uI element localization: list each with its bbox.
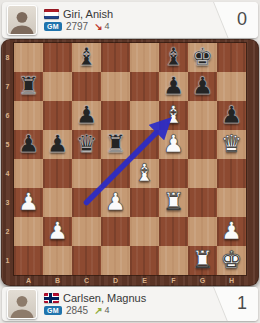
white-bishop-e4[interactable]: ♝ bbox=[134, 159, 156, 188]
white-queen-h5[interactable]: ♛ bbox=[221, 130, 243, 159]
player-bar-bottom: Carlsen, Magnus GM 2845 ↗ 4 1 bbox=[2, 287, 258, 321]
black-bishop-c8[interactable]: ♝ bbox=[76, 43, 98, 72]
square-b4[interactable] bbox=[43, 159, 72, 188]
rank-label-2: 2 bbox=[1, 217, 14, 246]
rank-label-8: 8 bbox=[1, 43, 14, 72]
player-name-bottom: Carlsen, Magnus bbox=[63, 293, 146, 304]
black-bishop-f8[interactable]: ♝ bbox=[163, 43, 185, 72]
black-pawn-g7[interactable]: ♟ bbox=[192, 72, 214, 101]
white-king-h1[interactable]: ♚ bbox=[221, 246, 243, 275]
square-g5[interactable] bbox=[188, 130, 217, 159]
square-c4[interactable] bbox=[72, 159, 101, 188]
file-label-f: F bbox=[159, 275, 188, 286]
person-silhouette-icon bbox=[8, 292, 36, 319]
square-d8[interactable] bbox=[101, 43, 130, 72]
square-h5[interactable]: ♛ bbox=[217, 130, 246, 159]
square-d2[interactable] bbox=[101, 217, 130, 246]
square-b1[interactable] bbox=[43, 246, 72, 275]
square-h4[interactable] bbox=[217, 159, 246, 188]
rating-trend-top: ↘ 4 bbox=[94, 22, 109, 32]
black-queen-c5[interactable]: ♛ bbox=[76, 130, 98, 159]
square-f4[interactable] bbox=[159, 159, 188, 188]
black-pawn-b5[interactable]: ♟ bbox=[47, 130, 69, 159]
square-h8[interactable] bbox=[217, 43, 246, 72]
score-top: 0 bbox=[237, 9, 247, 30]
file-label-d: D bbox=[101, 275, 130, 286]
flag-netherlands-icon bbox=[44, 9, 59, 19]
square-f8[interactable]: ♝ bbox=[159, 43, 188, 72]
score-slab-top bbox=[213, 2, 258, 38]
trend-value-bottom: 4 bbox=[105, 306, 110, 315]
person-silhouette-icon bbox=[8, 8, 36, 35]
black-king-g8[interactable]: ♚ bbox=[192, 43, 214, 72]
square-b3[interactable] bbox=[43, 188, 72, 217]
rating-bottom: 2845 bbox=[66, 306, 88, 316]
white-pawn-d3[interactable]: ♟ bbox=[105, 188, 127, 217]
square-b6[interactable] bbox=[43, 101, 72, 130]
square-g6[interactable] bbox=[188, 101, 217, 130]
chess-board: 87654321 ♝♝♚♜♟♟♟♝♟♟♟♛♜♟♛♝♟♟♜♟♟♜♚ ABCDEFG… bbox=[1, 39, 259, 286]
square-d7[interactable] bbox=[101, 72, 130, 101]
square-b2[interactable]: ♟ bbox=[43, 217, 72, 246]
square-d3[interactable]: ♟ bbox=[101, 188, 130, 217]
rank-label-3: 3 bbox=[1, 188, 14, 217]
rating-trend-bottom: ↗ 4 bbox=[94, 306, 109, 316]
square-f3[interactable]: ♜ bbox=[159, 188, 188, 217]
black-pawn-f7[interactable]: ♟ bbox=[163, 72, 185, 101]
rank-label-5: 5 bbox=[1, 130, 14, 159]
square-e4[interactable]: ♝ bbox=[130, 159, 159, 188]
square-h2[interactable]: ♟ bbox=[217, 217, 246, 246]
square-a5[interactable]: ♟ bbox=[14, 130, 43, 159]
square-f2[interactable] bbox=[159, 217, 188, 246]
square-g8[interactable]: ♚ bbox=[188, 43, 217, 72]
square-a4[interactable] bbox=[14, 159, 43, 188]
square-f5[interactable]: ♟ bbox=[159, 130, 188, 159]
avatar-carlsen bbox=[7, 289, 37, 319]
gm-title-badge-top: GM bbox=[44, 22, 62, 31]
black-rook-a7[interactable]: ♜ bbox=[18, 72, 40, 101]
white-pawn-f5[interactable]: ♟ bbox=[163, 130, 185, 159]
square-d4[interactable] bbox=[101, 159, 130, 188]
white-pawn-b2[interactable]: ♟ bbox=[47, 217, 69, 246]
white-pawn-h2[interactable]: ♟ bbox=[221, 217, 243, 246]
trend-value-top: 4 bbox=[105, 22, 110, 31]
square-c7[interactable] bbox=[72, 72, 101, 101]
square-e5[interactable] bbox=[130, 130, 159, 159]
square-e3[interactable] bbox=[130, 188, 159, 217]
square-g4[interactable] bbox=[188, 159, 217, 188]
player-info-top: Giri, Anish GM 2797 ↘ 4 bbox=[44, 9, 113, 32]
rank-label-1: 1 bbox=[1, 246, 14, 275]
square-d5[interactable]: ♜ bbox=[101, 130, 130, 159]
square-a6[interactable] bbox=[14, 101, 43, 130]
square-c5[interactable]: ♛ bbox=[72, 130, 101, 159]
square-g3[interactable] bbox=[188, 188, 217, 217]
square-f6[interactable]: ♝ bbox=[159, 101, 188, 130]
white-bishop-f6[interactable]: ♝ bbox=[163, 101, 185, 130]
player-bar-top: Giri, Anish GM 2797 ↘ 4 0 bbox=[2, 2, 258, 38]
flag-norway-icon bbox=[44, 293, 59, 303]
black-pawn-a5[interactable]: ♟ bbox=[18, 130, 40, 159]
file-label-b: B bbox=[43, 275, 72, 286]
square-e7[interactable] bbox=[130, 72, 159, 101]
player-name-top: Giri, Anish bbox=[63, 9, 113, 20]
rank-label-6: 6 bbox=[1, 101, 14, 130]
black-rook-d5[interactable]: ♜ bbox=[105, 130, 127, 159]
white-pawn-a3[interactable]: ♟ bbox=[18, 188, 40, 217]
square-h7[interactable] bbox=[217, 72, 246, 101]
square-d6[interactable] bbox=[101, 101, 130, 130]
square-c3[interactable] bbox=[72, 188, 101, 217]
black-pawn-c6[interactable]: ♟ bbox=[76, 101, 98, 130]
square-b7[interactable] bbox=[43, 72, 72, 101]
square-c1[interactable] bbox=[72, 246, 101, 275]
square-c8[interactable]: ♝ bbox=[72, 43, 101, 72]
square-g2[interactable] bbox=[188, 217, 217, 246]
square-a3[interactable]: ♟ bbox=[14, 188, 43, 217]
rank-label-7: 7 bbox=[1, 72, 14, 101]
trend-up-arrow-icon: ↗ bbox=[94, 306, 102, 316]
square-g7[interactable]: ♟ bbox=[188, 72, 217, 101]
file-label-h: H bbox=[217, 275, 246, 286]
square-a2[interactable] bbox=[14, 217, 43, 246]
board-grid: ♝♝♚♜♟♟♟♝♟♟♟♛♜♟♛♝♟♟♜♟♟♜♚ bbox=[14, 43, 246, 275]
square-f7[interactable]: ♟ bbox=[159, 72, 188, 101]
square-c6[interactable]: ♟ bbox=[72, 101, 101, 130]
rank-labels: 87654321 bbox=[1, 43, 14, 275]
rating-top: 2797 bbox=[66, 22, 88, 32]
square-e2[interactable] bbox=[130, 217, 159, 246]
square-h1[interactable]: ♚ bbox=[217, 246, 246, 275]
square-h6[interactable]: ♟ bbox=[217, 101, 246, 130]
square-e6[interactable] bbox=[130, 101, 159, 130]
avatar-giri bbox=[7, 5, 37, 35]
square-g1[interactable]: ♜ bbox=[188, 246, 217, 275]
square-e1[interactable] bbox=[130, 246, 159, 275]
square-e8[interactable] bbox=[130, 43, 159, 72]
square-a7[interactable]: ♜ bbox=[14, 72, 43, 101]
trend-down-arrow-icon: ↘ bbox=[94, 22, 102, 32]
white-rook-f3[interactable]: ♜ bbox=[163, 188, 185, 217]
white-rook-g1[interactable]: ♜ bbox=[192, 246, 214, 275]
gm-title-badge-bottom: GM bbox=[44, 306, 62, 315]
file-labels: ABCDEFGH bbox=[14, 275, 246, 286]
score-slab-bottom bbox=[213, 287, 258, 321]
file-label-e: E bbox=[130, 275, 159, 286]
square-c2[interactable] bbox=[72, 217, 101, 246]
square-b8[interactable] bbox=[43, 43, 72, 72]
player-info-bottom: Carlsen, Magnus GM 2845 ↗ 4 bbox=[44, 293, 146, 316]
square-h3[interactable] bbox=[217, 188, 246, 217]
square-a8[interactable] bbox=[14, 43, 43, 72]
black-pawn-h6[interactable]: ♟ bbox=[221, 101, 243, 130]
square-a1[interactable] bbox=[14, 246, 43, 275]
rank-label-4: 4 bbox=[1, 159, 14, 188]
square-f1[interactable] bbox=[159, 246, 188, 275]
file-label-a: A bbox=[14, 275, 43, 286]
square-d1[interactable] bbox=[101, 246, 130, 275]
square-b5[interactable]: ♟ bbox=[43, 130, 72, 159]
file-label-c: C bbox=[72, 275, 101, 286]
score-bottom: 1 bbox=[237, 293, 247, 314]
file-label-g: G bbox=[188, 275, 217, 286]
